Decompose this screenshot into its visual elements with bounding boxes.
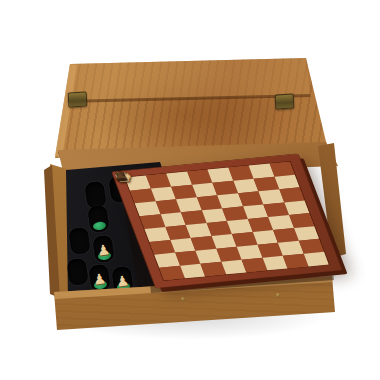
stored-pawn: ♟ xyxy=(115,273,129,289)
chess-piece-black-pawn: ♟ xyxy=(112,171,128,181)
piece-slot xyxy=(68,227,90,255)
brass-hinge-right xyxy=(275,94,295,110)
piece-slot: ♟ xyxy=(88,264,110,292)
piece-slot xyxy=(84,181,106,209)
stored-pawn: ♟ xyxy=(96,242,110,258)
piece-slot xyxy=(66,258,88,286)
piece-slot: ♟ xyxy=(92,235,114,263)
felt-pad xyxy=(92,221,106,231)
piece-slot xyxy=(87,205,109,233)
chess-case-product-photo: ♟♟♟ ♜♚♝♜♝♟♞♛♟♟♟♞♟♟♛♟♞♟♟♟♟♚♝♞♝ xyxy=(0,0,380,380)
board-square xyxy=(303,252,328,267)
brass-screw xyxy=(276,293,280,297)
brass-hinge-left xyxy=(68,92,88,108)
stored-pawn: ♟ xyxy=(92,271,106,287)
brass-screw xyxy=(181,297,185,301)
